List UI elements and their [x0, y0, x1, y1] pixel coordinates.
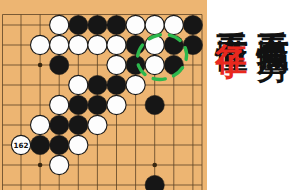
hoshi-point: [152, 163, 157, 168]
white-stone: [30, 115, 49, 134]
black-stone: [50, 55, 69, 74]
go-board-svg: 162: [0, 0, 207, 190]
caption-line-1: 看不懂局势: [257, 4, 289, 190]
white-stone: [30, 35, 49, 54]
hoshi-point: [38, 63, 43, 68]
black-stone: [88, 15, 107, 34]
thumbnail: 162 看不懂局势 看不懂征子: [0, 0, 304, 190]
black-stone: [107, 15, 126, 34]
go-board: 162: [0, 0, 207, 190]
hoshi-point: [38, 163, 43, 168]
black-stone: [30, 135, 49, 154]
white-stone: [69, 135, 88, 154]
move-number-label: 162: [13, 141, 28, 150]
white-stone: [145, 55, 164, 74]
white-stone: [107, 55, 126, 74]
black-stone: [69, 95, 88, 114]
caption-line-2-highlight: 征子: [213, 19, 251, 29]
black-stone: [107, 75, 126, 94]
white-stone: [164, 15, 183, 34]
caption-line-2-prefix: 看不懂: [213, 4, 251, 19]
white-stone: [50, 155, 69, 174]
black-stone: [50, 135, 69, 154]
black-stone: [50, 115, 69, 134]
white-stone: [50, 35, 69, 54]
white-stone: [126, 75, 145, 94]
black-stone: [69, 15, 88, 34]
caption-panel: 看不懂局势 看不懂征子: [207, 0, 304, 190]
white-stone: [107, 95, 126, 114]
white-stone: [50, 95, 69, 114]
white-stone: [145, 15, 164, 34]
white-stone: [126, 15, 145, 34]
white-stone: [107, 35, 126, 54]
white-stone: [69, 35, 88, 54]
white-stone: [88, 35, 107, 54]
black-stone: [88, 95, 107, 114]
black-stone: [183, 15, 202, 34]
white-stone: [69, 75, 88, 94]
white-stone: [88, 115, 107, 134]
white-stone: [50, 15, 69, 34]
caption-line-2: 看不懂征子: [216, 4, 248, 190]
black-stone: [145, 95, 164, 114]
caption-text: 看不懂局势 看不懂征子: [207, 0, 291, 190]
black-stone: [69, 115, 88, 134]
black-stone: [164, 35, 183, 54]
black-stone: [88, 75, 107, 94]
